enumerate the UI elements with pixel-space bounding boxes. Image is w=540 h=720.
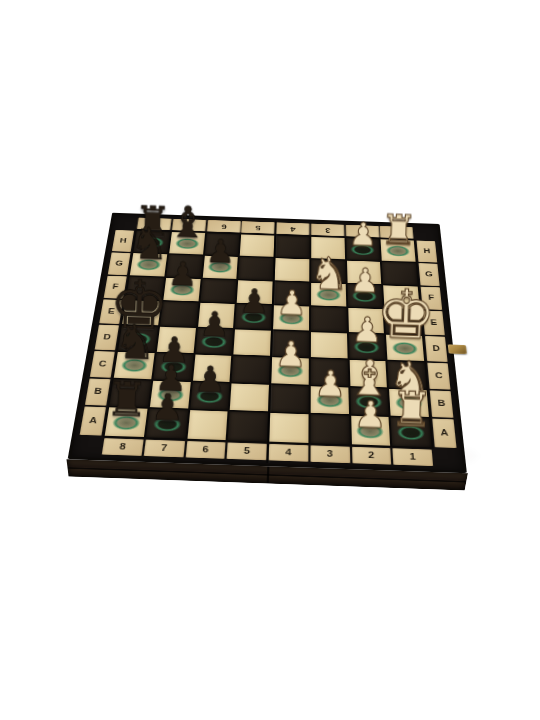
square-g5[interactable] bbox=[239, 257, 274, 280]
label-bottom-1: 1 bbox=[393, 448, 433, 466]
label-bottom-6: 6 bbox=[185, 441, 226, 459]
piece-white-knight-f3[interactable]: ♞ bbox=[308, 250, 350, 296]
piece-black-pawn-f7[interactable]: ♟ bbox=[167, 257, 198, 291]
square-h4[interactable] bbox=[275, 236, 309, 258]
square-a3[interactable] bbox=[310, 415, 349, 445]
square-c4[interactable]: ♟ bbox=[271, 357, 308, 384]
square-b3[interactable]: ♟ bbox=[310, 386, 348, 414]
square-h5[interactable] bbox=[240, 234, 274, 256]
label-top-8: 8 bbox=[137, 218, 171, 231]
piece-black-rook-a8[interactable]: ♜ bbox=[105, 375, 149, 424]
square-h7[interactable]: ♝ bbox=[169, 232, 205, 254]
label-bottom-3: 3 bbox=[310, 445, 349, 463]
piece-black-pawn-a7[interactable]: ♟ bbox=[150, 387, 184, 425]
square-h1[interactable]: ♜ bbox=[381, 239, 416, 261]
square-f3[interactable]: ♞ bbox=[311, 283, 346, 307]
chess-board: 87654321 87654321 HGFEDCBA HGFEDCBA ♜♝♟♜… bbox=[68, 213, 467, 473]
label-top-7: 7 bbox=[172, 219, 206, 232]
label-bottom-2: 2 bbox=[352, 447, 392, 465]
label-bottom-4: 4 bbox=[269, 444, 309, 462]
square-g6[interactable]: ♟ bbox=[202, 255, 238, 278]
square-b5[interactable] bbox=[230, 383, 269, 411]
square-c5[interactable] bbox=[232, 356, 270, 383]
square-d6[interactable]: ♟ bbox=[195, 328, 233, 354]
board-scene: 87654321 87654321 HGFEDCBA HGFEDCBA ♜♝♟♜… bbox=[86, 144, 458, 516]
square-b4[interactable] bbox=[270, 384, 308, 412]
piece-black-pawn-b6[interactable]: ♟ bbox=[194, 360, 227, 397]
piece-white-pawn-c4[interactable]: ♟ bbox=[274, 336, 307, 372]
label-top-3: 3 bbox=[311, 224, 344, 237]
piece-white-rook-a1[interactable]: ♜ bbox=[390, 385, 434, 434]
piece-white-pawn-e4[interactable]: ♟ bbox=[276, 285, 307, 320]
square-d3[interactable] bbox=[311, 332, 347, 358]
square-e4[interactable]: ♟ bbox=[273, 305, 309, 330]
product-photo: 87654321 87654321 HGFEDCBA HGFEDCBA ♜♝♟♜… bbox=[0, 0, 540, 720]
piece-black-knight-c8[interactable]: ♞ bbox=[113, 318, 157, 367]
square-h2[interactable]: ♟ bbox=[346, 238, 380, 260]
square-a1[interactable]: ♜ bbox=[391, 417, 432, 447]
square-a7[interactable]: ♟ bbox=[146, 409, 188, 439]
label-bottom-7: 7 bbox=[143, 440, 184, 458]
piece-black-pawn-d6[interactable]: ♟ bbox=[199, 307, 231, 342]
square-b6[interactable]: ♟ bbox=[190, 382, 230, 410]
square-e3[interactable] bbox=[311, 307, 347, 332]
square-a4[interactable] bbox=[269, 413, 308, 443]
square-a8[interactable]: ♜ bbox=[105, 408, 148, 438]
label-top-5: 5 bbox=[241, 221, 274, 234]
label-left-A: A bbox=[80, 407, 106, 436]
square-d5[interactable] bbox=[234, 329, 271, 355]
square-a5[interactable] bbox=[228, 412, 268, 442]
piece-black-pawn-g6[interactable]: ♟ bbox=[206, 235, 236, 268]
piece-white-pawn-a2[interactable]: ♟ bbox=[354, 395, 388, 433]
label-right-H: H bbox=[417, 240, 438, 262]
piece-white-king-d1[interactable]: ♚ bbox=[375, 281, 437, 350]
piece-black-pawn-e5[interactable]: ♟ bbox=[239, 283, 270, 318]
label-top-2: 2 bbox=[346, 225, 379, 238]
square-e5[interactable]: ♟ bbox=[235, 304, 272, 329]
label-top-1: 1 bbox=[380, 226, 414, 239]
square-a6[interactable] bbox=[187, 410, 228, 440]
label-bottom-5: 5 bbox=[227, 442, 267, 460]
label-top-6: 6 bbox=[207, 220, 241, 233]
brass-clasp bbox=[448, 344, 467, 354]
fold-seam-front bbox=[267, 466, 270, 483]
piece-white-pawn-b3[interactable]: ♟ bbox=[313, 365, 346, 402]
label-right-A: A bbox=[432, 419, 456, 448]
label-bottom-8: 8 bbox=[102, 438, 144, 456]
square-g4[interactable] bbox=[275, 258, 309, 281]
label-top-4: 4 bbox=[276, 222, 309, 235]
square-a2[interactable]: ♟ bbox=[351, 416, 391, 446]
square-f6[interactable] bbox=[200, 279, 236, 303]
